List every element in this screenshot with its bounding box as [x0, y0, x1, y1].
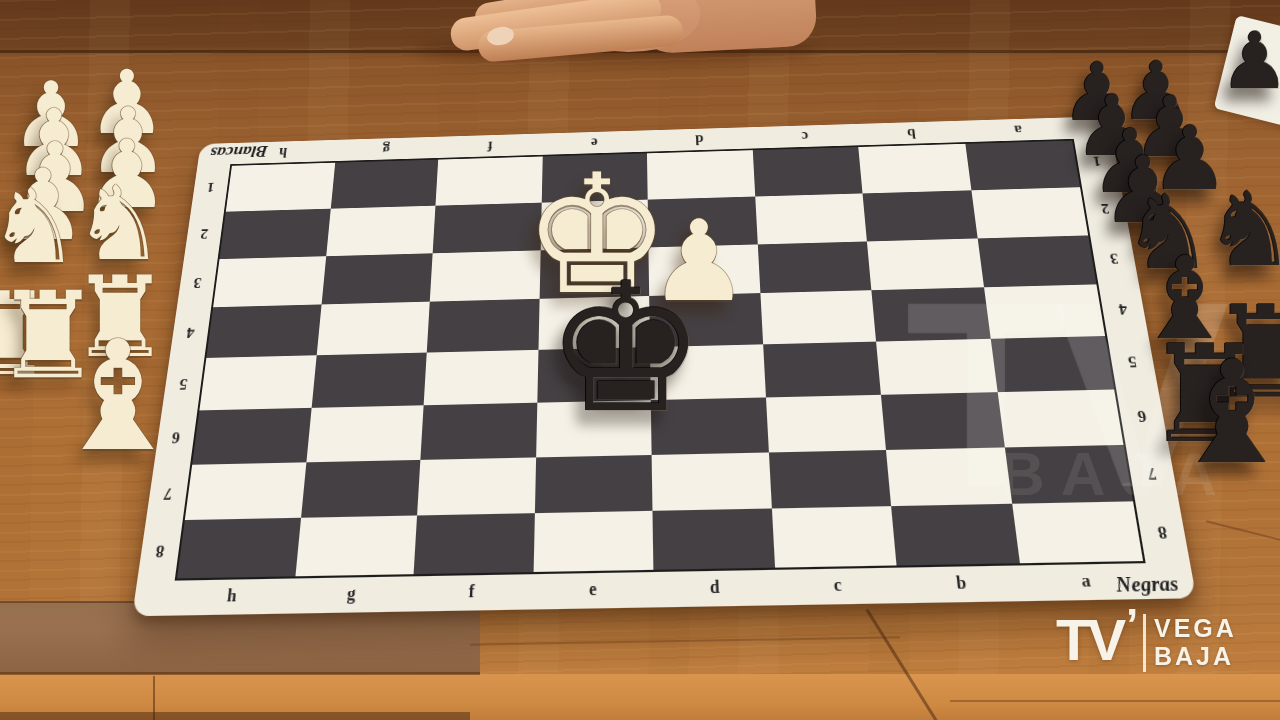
square-c5: [763, 342, 881, 398]
square-h6: [192, 408, 311, 465]
square-e3: [539, 247, 649, 299]
square-b8: [891, 504, 1019, 565]
square-a6: [997, 389, 1123, 447]
square-c7: [768, 449, 891, 508]
fingernail: [486, 25, 516, 47]
plank-seam: [950, 700, 1280, 702]
square-h4: [206, 305, 321, 358]
tray-white-knight-8: ♞: [0, 176, 80, 278]
logo-tv-text: TV: [1056, 606, 1122, 673]
rank-label-2: 2: [1082, 185, 1130, 234]
finger: [449, 0, 664, 53]
tray-white-rook-11: ♜: [0, 276, 102, 396]
tray-white-pawn-2: ♟: [88, 59, 167, 147]
tray-black-pawn-5: ♟: [1132, 85, 1207, 169]
square-a5: [990, 336, 1114, 392]
square-g4: [316, 302, 430, 355]
square-a7: [1004, 444, 1133, 504]
board-label-blancas: Blancas: [209, 142, 269, 162]
square-g5: [311, 353, 427, 408]
square-a8: [1012, 502, 1143, 564]
square-d4: [649, 293, 762, 347]
tray-white-rook-10: ♜: [0, 277, 54, 392]
table-edge-seam: [0, 50, 1280, 53]
square-a4: [984, 285, 1106, 339]
chess-board-mat: Blancas hgfedcba 12345678 12345678 hgfed…: [132, 116, 1196, 616]
rank-label-1: 1: [1074, 138, 1121, 186]
logo-vega-text: VEGA: [1154, 614, 1237, 643]
plank-seam: [470, 636, 900, 646]
square-e2: [540, 199, 648, 250]
rank-label-8: 8: [1136, 502, 1190, 563]
tray-white-pawn-4: ♟: [88, 96, 169, 186]
square-c3: [757, 241, 871, 293]
square-b4: [871, 288, 990, 342]
square-c1: [752, 147, 862, 196]
paper-sheet: [1214, 15, 1280, 129]
square-e1: [541, 153, 647, 202]
tray-white-pawn-7: ♟: [0, 156, 87, 254]
square-h8: [177, 518, 300, 578]
square-g7: [301, 459, 421, 518]
square-f1: [435, 156, 542, 205]
square-f6: [420, 402, 536, 459]
square-e8: [533, 511, 653, 572]
rank-label-5: 5: [1107, 335, 1158, 390]
square-c8: [771, 506, 896, 567]
tray-white-pawn-1: ♟: [11, 70, 92, 160]
rank-label-3: 3: [1090, 233, 1139, 284]
square-g3: [321, 253, 433, 305]
square-h2: [220, 208, 331, 258]
tray-white-pawn-6: ♟: [85, 128, 169, 222]
square-a2: [971, 187, 1088, 238]
rank-label-4: 4: [1098, 283, 1148, 336]
forearm: [634, 0, 817, 55]
square-d7: [652, 452, 772, 511]
square-d8: [652, 509, 774, 570]
square-d1: [647, 150, 755, 199]
square-b1: [858, 144, 971, 193]
tray-black-pawn-2: ♟: [1120, 52, 1192, 132]
file-label-g: g: [290, 574, 413, 613]
board-label-negras: Negras: [1114, 572, 1180, 598]
tray-white-pawn-5: ♟: [12, 130, 98, 226]
square-d6: [651, 397, 769, 454]
square-h7: [185, 462, 306, 520]
square-f7: [417, 457, 536, 516]
tray-white-pawn-3: ♟: [13, 98, 95, 190]
square-g2: [326, 205, 436, 255]
tray-black-knight-10: ♞: [1204, 179, 1280, 281]
square-e4: [538, 296, 650, 350]
file-label-d: d: [653, 568, 777, 608]
square-h5: [199, 355, 316, 410]
plank-seam: [0, 712, 470, 720]
logo-baja-text: BAJA: [1154, 642, 1234, 671]
square-b6: [881, 392, 1004, 450]
square-b5: [876, 339, 997, 395]
tray-white-rook-12: ♜: [70, 261, 170, 373]
square-f4: [427, 299, 539, 353]
square-e5: [537, 347, 651, 402]
square-e7: [534, 454, 652, 513]
square-b3: [867, 238, 984, 290]
square-b2: [863, 190, 978, 241]
board-grid: [175, 139, 1146, 581]
logo-divider: [1143, 614, 1146, 672]
square-f3: [430, 250, 540, 302]
tray-black-pawn-7: ♟: [1151, 115, 1230, 203]
rank-label-7: 7: [1126, 444, 1179, 503]
rank-label-6: 6: [1116, 389, 1168, 446]
plank-seam: [1206, 520, 1280, 541]
tv-broadcast-frame: Blancas hgfedcba 12345678 12345678 hgfed…: [0, 0, 1280, 720]
square-b7: [886, 447, 1012, 506]
square-d5: [650, 344, 766, 399]
square-e6: [536, 400, 652, 457]
square-g6: [306, 405, 424, 462]
file-label-c: c: [775, 565, 901, 605]
square-d2: [648, 196, 758, 247]
square-g1: [330, 160, 438, 209]
square-c6: [765, 395, 885, 452]
square-g8: [295, 516, 417, 577]
palm: [560, 0, 700, 52]
finger: [477, 14, 684, 63]
square-h3: [213, 256, 326, 308]
tray-black-bishop-11: ♝: [1134, 242, 1236, 356]
tray-black-bishop-14: ♝: [1168, 342, 1280, 484]
square-f5: [424, 350, 538, 405]
square-a1: [965, 141, 1080, 191]
square-f2: [433, 202, 542, 252]
square-a3: [977, 235, 1096, 288]
square-h1: [226, 163, 335, 212]
logo-tick: ’: [1126, 600, 1138, 650]
finger: [473, 0, 665, 35]
square-c2: [755, 193, 867, 244]
file-label-h: h: [170, 576, 293, 615]
file-label-e: e: [532, 570, 654, 610]
tray-white-knight-9: ♞: [73, 173, 164, 275]
square-d3: [648, 244, 760, 296]
file-label-f: f: [410, 572, 532, 612]
tray-black-rook-12: ♜: [1210, 290, 1280, 416]
plank-seam: [0, 672, 480, 675]
file-label-b: b: [898, 563, 1026, 603]
square-c4: [760, 290, 876, 344]
square-f8: [414, 513, 535, 574]
